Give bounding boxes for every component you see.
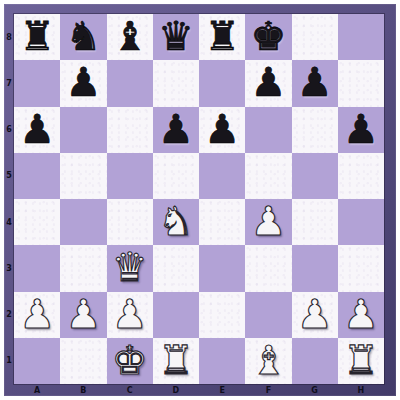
piece-white-queen[interactable]: ♛: [112, 247, 148, 287]
file-label: C: [107, 384, 153, 396]
piece-white-pawn[interactable]: ♟: [19, 294, 55, 334]
piece-black-pawn[interactable]: ♟: [297, 62, 333, 102]
square-a7[interactable]: [14, 60, 60, 106]
square-g6[interactable]: [292, 107, 338, 153]
square-b1[interactable]: [60, 338, 106, 384]
square-b5[interactable]: [60, 153, 106, 199]
square-d4[interactable]: ♞: [153, 199, 199, 245]
piece-black-bishop[interactable]: ♝: [112, 16, 148, 56]
square-f4[interactable]: ♟: [245, 199, 291, 245]
square-b2[interactable]: ♟: [60, 292, 106, 338]
piece-white-pawn[interactable]: ♟: [343, 294, 379, 334]
piece-black-knight[interactable]: ♞: [65, 16, 101, 56]
board-frame: 87654321 ABCDEFGH ♜♞♝♛♜♚♟♟♟♟♟♟♟♞♟♛♟♟♟♟♟♚…: [4, 4, 396, 396]
square-a8[interactable]: ♜: [14, 14, 60, 60]
square-d8[interactable]: ♛: [153, 14, 199, 60]
square-h1[interactable]: ♜: [338, 338, 384, 384]
square-h7[interactable]: [338, 60, 384, 106]
square-f7[interactable]: ♟: [245, 60, 291, 106]
rank-label: 7: [4, 60, 14, 106]
square-e1[interactable]: [199, 338, 245, 384]
square-c8[interactable]: ♝: [107, 14, 153, 60]
file-label: H: [338, 384, 384, 396]
square-d3[interactable]: [153, 245, 199, 291]
piece-black-pawn[interactable]: ♟: [250, 62, 286, 102]
file-label: E: [199, 384, 245, 396]
square-b4[interactable]: [60, 199, 106, 245]
square-c6[interactable]: [107, 107, 153, 153]
square-a4[interactable]: [14, 199, 60, 245]
file-label: D: [153, 384, 199, 396]
file-label: F: [245, 384, 291, 396]
piece-black-pawn[interactable]: ♟: [19, 109, 55, 149]
square-b8[interactable]: ♞: [60, 14, 106, 60]
piece-white-pawn[interactable]: ♟: [112, 294, 148, 334]
square-g3[interactable]: [292, 245, 338, 291]
piece-black-pawn[interactable]: ♟: [158, 109, 194, 149]
square-f3[interactable]: [245, 245, 291, 291]
square-c5[interactable]: [107, 153, 153, 199]
rank-label: 2: [4, 292, 14, 338]
square-e4[interactable]: [199, 199, 245, 245]
piece-white-rook[interactable]: ♜: [158, 340, 194, 380]
rank-label: 1: [4, 338, 14, 384]
square-e2[interactable]: [199, 292, 245, 338]
file-label: G: [292, 384, 338, 396]
square-a3[interactable]: [14, 245, 60, 291]
square-d1[interactable]: ♜: [153, 338, 199, 384]
square-d7[interactable]: [153, 60, 199, 106]
square-c3[interactable]: ♛: [107, 245, 153, 291]
square-g7[interactable]: ♟: [292, 60, 338, 106]
piece-white-knight[interactable]: ♞: [158, 201, 194, 241]
square-f5[interactable]: [245, 153, 291, 199]
square-f1[interactable]: ♝: [245, 338, 291, 384]
square-a1[interactable]: [14, 338, 60, 384]
square-e3[interactable]: [199, 245, 245, 291]
square-c2[interactable]: ♟: [107, 292, 153, 338]
piece-black-pawn[interactable]: ♟: [343, 109, 379, 149]
file-labels: ABCDEFGH: [14, 384, 384, 396]
piece-white-king[interactable]: ♚: [112, 340, 148, 380]
piece-black-rook[interactable]: ♜: [19, 16, 55, 56]
piece-white-bishop[interactable]: ♝: [250, 340, 286, 380]
square-d6[interactable]: ♟: [153, 107, 199, 153]
board-window: 87654321 ABCDEFGH ♜♞♝♛♜♚♟♟♟♟♟♟♟♞♟♛♟♟♟♟♟♚…: [0, 0, 400, 400]
square-e5[interactable]: [199, 153, 245, 199]
square-e6[interactable]: ♟: [199, 107, 245, 153]
square-c4[interactable]: [107, 199, 153, 245]
rank-label: 3: [4, 245, 14, 291]
square-g5[interactable]: [292, 153, 338, 199]
square-d5[interactable]: [153, 153, 199, 199]
square-e8[interactable]: ♜: [199, 14, 245, 60]
square-h8[interactable]: [338, 14, 384, 60]
square-c7[interactable]: [107, 60, 153, 106]
square-g1[interactable]: [292, 338, 338, 384]
piece-black-pawn[interactable]: ♟: [204, 109, 240, 149]
square-a5[interactable]: [14, 153, 60, 199]
piece-black-rook[interactable]: ♜: [204, 16, 240, 56]
rank-label: 4: [4, 199, 14, 245]
rank-label: 8: [4, 14, 14, 60]
square-d2[interactable]: [153, 292, 199, 338]
square-g4[interactable]: [292, 199, 338, 245]
square-g2[interactable]: ♟: [292, 292, 338, 338]
square-b3[interactable]: [60, 245, 106, 291]
rank-labels: 87654321: [4, 14, 14, 384]
square-f6[interactable]: [245, 107, 291, 153]
file-label: B: [60, 384, 106, 396]
square-a6[interactable]: ♟: [14, 107, 60, 153]
rank-label: 6: [4, 107, 14, 153]
piece-black-pawn[interactable]: ♟: [65, 62, 101, 102]
square-c1[interactable]: ♚: [107, 338, 153, 384]
chess-board: ♜♞♝♛♜♚♟♟♟♟♟♟♟♞♟♛♟♟♟♟♟♚♜♝♜: [14, 14, 384, 384]
square-f8[interactable]: ♚: [245, 14, 291, 60]
square-h4[interactable]: [338, 199, 384, 245]
piece-black-queen[interactable]: ♛: [158, 16, 194, 56]
piece-white-pawn[interactable]: ♟: [65, 294, 101, 334]
file-label: A: [14, 384, 60, 396]
square-h6[interactable]: ♟: [338, 107, 384, 153]
square-b6[interactable]: [60, 107, 106, 153]
square-g8[interactable]: [292, 14, 338, 60]
square-a2[interactable]: ♟: [14, 292, 60, 338]
piece-white-pawn[interactable]: ♟: [250, 201, 286, 241]
rank-label: 5: [4, 153, 14, 199]
piece-white-rook[interactable]: ♜: [343, 340, 379, 380]
piece-white-pawn[interactable]: ♟: [297, 294, 333, 334]
square-f2[interactable]: [245, 292, 291, 338]
square-h2[interactable]: ♟: [338, 292, 384, 338]
square-h3[interactable]: [338, 245, 384, 291]
piece-black-king[interactable]: ♚: [250, 16, 286, 56]
square-e7[interactable]: [199, 60, 245, 106]
square-h5[interactable]: [338, 153, 384, 199]
square-b7[interactable]: ♟: [60, 60, 106, 106]
